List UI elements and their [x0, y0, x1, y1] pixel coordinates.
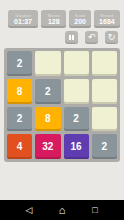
undo-button[interactable]: ↶: [85, 31, 98, 44]
tile-4-r4c1: 4: [7, 134, 32, 159]
restart-icon: ↻: [108, 31, 116, 44]
back-icon[interactable]: ◁: [24, 200, 34, 220]
empty-cell-r1c2: [35, 51, 60, 76]
stat-score: Score 200: [69, 10, 90, 28]
empty-cell-r1c4: [92, 51, 117, 76]
tile-8-r2c1: 8: [7, 79, 32, 104]
stat-moves-value: 128: [48, 18, 60, 26]
empty-cell-r3c4: [92, 107, 117, 132]
stat-record-value: 1684: [99, 18, 115, 26]
tile-2-r1c1: 2: [7, 51, 32, 76]
tile-2-r3c1: 2: [7, 107, 32, 132]
pause-button[interactable]: [65, 31, 78, 44]
stat-score-value: 200: [74, 18, 86, 26]
home-icon[interactable]: ⌂: [57, 200, 67, 220]
empty-cell-r1c3: [64, 51, 89, 76]
empty-cell-r2c3: [64, 79, 89, 104]
stats-row: Duration 01:37 Moves 128 Score 200 Recor…: [8, 10, 120, 28]
pause-icon: [69, 35, 74, 40]
tile-2-r4c4: 2: [92, 134, 117, 159]
undo-icon: ↶: [88, 31, 96, 44]
tile-2-r3c3: 2: [64, 107, 89, 132]
stat-duration: Duration 01:37: [8, 10, 38, 28]
stat-record: Record 1684: [94, 10, 120, 28]
tile-2-r2c2: 2: [35, 79, 60, 104]
game-screen: Duration 01:37 Moves 128 Score 200 Recor…: [0, 0, 124, 220]
android-navbar: ◁ ⌂ □: [0, 200, 124, 220]
tile-8-r3c2: 8: [35, 107, 60, 132]
stat-duration-value: 01:37: [14, 18, 32, 26]
recents-icon[interactable]: □: [90, 200, 100, 220]
tile-32-r4c2: 32: [35, 134, 60, 159]
tile-16-r4c3: 16: [64, 134, 89, 159]
board[interactable]: 282282432162: [4, 48, 120, 162]
stat-moves: Moves 128: [41, 10, 66, 28]
empty-cell-r2c4: [92, 79, 117, 104]
restart-button[interactable]: ↻: [105, 31, 118, 44]
controls-row: ↶ ↻: [65, 31, 118, 44]
